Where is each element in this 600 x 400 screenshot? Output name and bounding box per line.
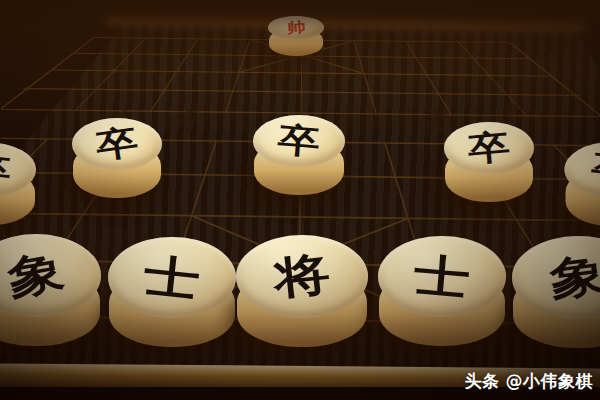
piece-glyph: 卒 bbox=[94, 124, 140, 163]
piece-top: 士 bbox=[108, 237, 236, 318]
watermark-handle: @小伟象棋 bbox=[506, 371, 594, 391]
piece-black-soldier-a[interactable]: 卒 bbox=[0, 143, 36, 225]
piece-glyph: 象 bbox=[547, 252, 600, 303]
piece-top: 将 bbox=[236, 235, 368, 318]
piece-black-advisor-f[interactable]: 士 bbox=[378, 236, 506, 346]
piece-black-soldier-i[interactable]: 卒 bbox=[565, 142, 600, 226]
river-text-char: 界 bbox=[499, 103, 518, 124]
piece-black-soldier-e[interactable]: 卒 bbox=[253, 115, 345, 195]
piece-black-elephant-g[interactable]: 象 bbox=[512, 236, 600, 348]
piece-black-soldier-c[interactable]: 卒 bbox=[72, 118, 162, 198]
xiangqi-photo-scene: 楚 河 漢 界 帅 卒 卒 卒 卒 卒 象 士 将 士 bbox=[0, 0, 600, 400]
piece-glyph: 士 bbox=[412, 252, 472, 302]
piece-top: 卒 bbox=[72, 118, 162, 170]
piece-glyph: 将 bbox=[272, 251, 332, 301]
piece-black-general-e[interactable]: 将 bbox=[236, 235, 368, 347]
piece-glyph: 卒 bbox=[277, 122, 322, 159]
piece-black-elephant-c[interactable]: 象 bbox=[0, 234, 101, 346]
piece-glyph: 帅 bbox=[286, 20, 306, 36]
piece-top: 士 bbox=[378, 236, 506, 317]
river-text-char: 河 bbox=[172, 108, 196, 134]
piece-glyph: 卒 bbox=[589, 150, 600, 189]
piece-red-general[interactable]: 帅 bbox=[268, 16, 324, 56]
piece-black-soldier-g[interactable]: 卒 bbox=[444, 122, 534, 202]
piece-glyph: 卒 bbox=[0, 151, 13, 189]
river-text-char: 漢 bbox=[422, 111, 444, 135]
watermark: 头条@小伟象棋 bbox=[465, 370, 594, 393]
piece-glyph: 象 bbox=[5, 249, 68, 303]
piece-top: 卒 bbox=[253, 115, 345, 167]
piece-top: 帅 bbox=[268, 16, 324, 39]
piece-glyph: 卒 bbox=[467, 129, 512, 166]
watermark-platform: 头条 bbox=[465, 371, 500, 391]
piece-top: 卒 bbox=[444, 122, 534, 174]
piece-black-advisor-d[interactable]: 士 bbox=[108, 237, 236, 347]
piece-glyph: 士 bbox=[142, 252, 202, 302]
